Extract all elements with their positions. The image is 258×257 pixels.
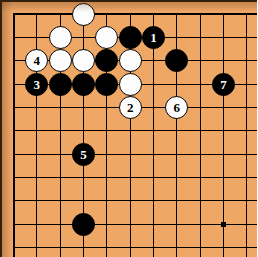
move-number: 3	[34, 77, 41, 90]
move-number: 2	[127, 100, 134, 113]
move-number: 5	[80, 147, 87, 160]
move-number: 7	[220, 77, 227, 90]
grid-line-vertical	[200, 13, 201, 257]
white-stone: 6	[165, 96, 188, 119]
grid-line-horizontal	[13, 200, 258, 201]
black-stone: 1	[142, 26, 165, 49]
grid-line-horizontal	[13, 177, 258, 178]
move-number: 4	[34, 54, 41, 67]
move-number: 1	[150, 30, 157, 43]
black-stone	[72, 73, 95, 96]
white-stone	[95, 26, 118, 49]
black-stone: 5	[72, 143, 95, 166]
board-edge-shade-left	[2, 0, 12, 257]
black-stone	[119, 26, 142, 49]
grid-line-horizontal	[13, 130, 258, 131]
white-stone: 2	[119, 96, 142, 119]
black-stone	[165, 49, 188, 72]
white-stone	[72, 49, 95, 72]
go-diagram: 1437265	[0, 0, 257, 257]
grid-line-horizontal	[13, 154, 258, 155]
white-stone	[49, 49, 72, 72]
board-frame-top	[0, 0, 257, 2]
move-number: 6	[174, 100, 181, 113]
grid-line-vertical	[153, 13, 154, 257]
white-stone	[119, 73, 142, 96]
black-stone: 7	[212, 73, 235, 96]
white-stone: 4	[25, 49, 48, 72]
black-stone	[95, 73, 118, 96]
black-stone	[95, 49, 118, 72]
white-stone	[119, 49, 142, 72]
grid-line-vertical	[246, 13, 247, 257]
white-stone	[49, 26, 72, 49]
star-point	[221, 222, 226, 227]
grid-line-vertical	[223, 13, 224, 257]
grid-line-horizontal	[13, 247, 258, 248]
board-frame-left	[0, 0, 2, 257]
black-stone	[49, 73, 72, 96]
grid-line-horizontal	[13, 13, 258, 15]
board-edge-shade-top	[0, 2, 257, 12]
go-board: 1437265	[0, 0, 257, 257]
black-stone	[72, 213, 95, 236]
black-stone: 3	[25, 73, 48, 96]
grid-line-vertical	[13, 13, 15, 257]
